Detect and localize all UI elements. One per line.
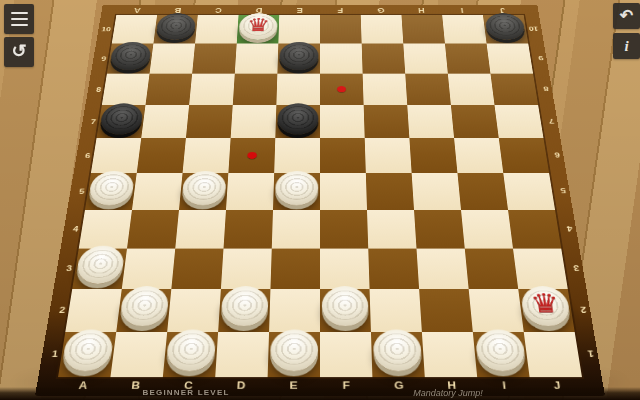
square-J5[interactable] [503, 173, 555, 210]
move-target-dot[interactable] [247, 152, 257, 159]
square-G4[interactable] [367, 210, 416, 249]
black-man[interactable] [279, 42, 319, 70]
restart-circular-arrow-icon: ↺ [11, 42, 26, 60]
square-F9[interactable] [320, 44, 363, 74]
bottom-shade [0, 387, 640, 400]
square-H8[interactable] [405, 74, 451, 106]
square-B1[interactable] [110, 332, 167, 377]
checkers-board: ABCDEFGHIJ 10987654321 ♛♛ 10987654321 AB… [35, 5, 605, 396]
square-C4[interactable] [175, 210, 226, 249]
square-C1[interactable] [163, 332, 218, 377]
square-A2[interactable] [65, 289, 121, 332]
square-E5[interactable] [273, 173, 320, 210]
square-E10[interactable] [278, 15, 320, 44]
white-man[interactable] [118, 286, 170, 326]
square-F4[interactable] [320, 210, 368, 249]
square-D4[interactable] [224, 210, 273, 249]
black-man[interactable] [109, 42, 153, 70]
board-grid: ♛♛ [58, 15, 582, 377]
square-A7[interactable] [96, 105, 145, 138]
square-J9[interactable] [487, 44, 534, 74]
rank-label: 9 [528, 44, 549, 74]
square-H2[interactable] [419, 289, 473, 332]
square-E9[interactable] [277, 44, 320, 74]
white-man[interactable] [87, 171, 135, 205]
file-label: H [401, 7, 442, 15]
move-target-dot[interactable] [337, 86, 346, 92]
square-F2[interactable] [320, 289, 371, 332]
square-H7[interactable] [407, 105, 454, 138]
white-man[interactable] [321, 286, 369, 326]
square-B7[interactable] [141, 105, 189, 138]
file-label: G [360, 7, 401, 15]
square-D1[interactable] [215, 332, 269, 377]
square-B3[interactable] [122, 248, 175, 289]
file-label: E [279, 7, 320, 15]
rank-label: 10 [524, 15, 544, 44]
square-G6[interactable] [365, 138, 412, 173]
square-E4[interactable] [272, 210, 320, 249]
hamburger-icon [11, 18, 28, 21]
square-G2[interactable] [370, 289, 422, 332]
square-G5[interactable] [366, 173, 414, 210]
square-E6[interactable] [274, 138, 320, 173]
square-J8[interactable] [490, 74, 538, 106]
square-B9[interactable] [150, 44, 196, 74]
white-man[interactable] [275, 171, 319, 205]
white-man[interactable] [220, 286, 269, 326]
square-F5[interactable] [320, 173, 367, 210]
square-E7[interactable] [275, 105, 320, 138]
hamburger-icon [11, 12, 28, 15]
square-C5[interactable] [179, 173, 228, 210]
white-king[interactable]: ♛ [238, 13, 278, 40]
square-A10[interactable] [112, 15, 157, 44]
black-man[interactable] [277, 103, 319, 134]
square-I3[interactable] [465, 248, 518, 289]
king-crown-icon: ♛ [238, 11, 278, 38]
white-man[interactable] [372, 329, 422, 371]
square-C9[interactable] [192, 44, 237, 74]
square-D8[interactable] [233, 74, 278, 106]
square-I10[interactable] [442, 15, 486, 44]
white-man[interactable] [269, 329, 318, 371]
square-G3[interactable] [368, 248, 419, 289]
square-A3[interactable] [72, 248, 127, 289]
square-J4[interactable] [508, 210, 561, 249]
square-I8[interactable] [448, 74, 495, 106]
square-H4[interactable] [414, 210, 465, 249]
square-H9[interactable] [403, 44, 448, 74]
white-man[interactable] [60, 329, 115, 371]
square-B5[interactable] [132, 173, 183, 210]
white-man[interactable] [181, 171, 227, 205]
square-F1[interactable] [320, 332, 372, 377]
square-J7[interactable] [495, 105, 544, 138]
square-H1[interactable] [422, 332, 477, 377]
undo-button[interactable]: ↶ [613, 3, 640, 29]
menu-button[interactable] [4, 4, 34, 34]
square-J6[interactable] [499, 138, 549, 173]
square-A9[interactable] [107, 44, 154, 74]
info-button[interactable]: i [613, 33, 640, 59]
square-C2[interactable] [167, 289, 221, 332]
black-man[interactable] [484, 13, 527, 40]
square-A4[interactable] [79, 210, 132, 249]
square-D5[interactable] [226, 173, 274, 210]
white-man[interactable] [165, 329, 217, 371]
square-I1[interactable] [473, 332, 530, 377]
square-D2[interactable] [218, 289, 270, 332]
square-B2[interactable] [116, 289, 171, 332]
square-E3[interactable] [270, 248, 320, 289]
square-H6[interactable] [409, 138, 457, 173]
square-D6[interactable] [228, 138, 275, 173]
square-A6[interactable] [91, 138, 141, 173]
square-E2[interactable] [269, 289, 320, 332]
square-C3[interactable] [171, 248, 223, 289]
file-label: F [320, 7, 361, 15]
square-H5[interactable] [412, 173, 461, 210]
square-G9[interactable] [362, 44, 406, 74]
square-C6[interactable] [183, 138, 231, 173]
white-man[interactable] [474, 329, 527, 371]
square-I6[interactable] [454, 138, 503, 173]
info-icon: i [624, 39, 628, 54]
square-I7[interactable] [451, 105, 499, 138]
square-J2[interactable]: ♛ [518, 289, 574, 332]
square-G8[interactable] [363, 74, 408, 106]
file-label: C [198, 7, 239, 15]
square-B4[interactable] [127, 210, 179, 249]
square-I2[interactable] [469, 289, 524, 332]
square-I4[interactable] [461, 210, 513, 249]
square-A8[interactable] [102, 74, 150, 106]
square-B6[interactable] [137, 138, 186, 173]
square-F8[interactable] [320, 74, 364, 106]
square-C7[interactable] [186, 105, 233, 138]
file-label: A [116, 7, 158, 15]
square-F3[interactable] [320, 248, 370, 289]
square-J10[interactable] [483, 15, 528, 44]
white-man[interactable] [75, 246, 126, 284]
square-I9[interactable] [445, 44, 491, 74]
square-J1[interactable] [524, 332, 582, 377]
restart-button[interactable]: ↺ [4, 37, 34, 67]
square-B10[interactable] [153, 15, 197, 44]
square-A1[interactable] [58, 332, 116, 377]
square-F10[interactable] [320, 15, 362, 44]
square-G10[interactable] [361, 15, 404, 44]
square-H10[interactable] [401, 15, 445, 44]
square-E1[interactable] [268, 332, 320, 377]
square-B8[interactable] [145, 74, 192, 106]
black-man[interactable] [98, 103, 144, 134]
square-D10[interactable]: ♛ [237, 15, 280, 44]
square-D7[interactable] [231, 105, 277, 138]
square-E8[interactable] [276, 74, 320, 106]
square-C10[interactable] [195, 15, 239, 44]
hamburger-icon [11, 24, 28, 27]
square-F7[interactable] [320, 105, 365, 138]
square-A5[interactable] [85, 173, 137, 210]
square-G7[interactable] [364, 105, 410, 138]
file-label: I [441, 7, 483, 15]
square-G1[interactable] [371, 332, 425, 377]
black-man[interactable] [155, 13, 197, 40]
square-I5[interactable] [457, 173, 508, 210]
white-king[interactable]: ♛ [519, 286, 572, 326]
square-H3[interactable] [416, 248, 468, 289]
square-D3[interactable] [221, 248, 272, 289]
square-F6[interactable] [320, 138, 366, 173]
king-crown-icon: ♛ [519, 283, 572, 323]
board-scene: ABCDEFGHIJ 10987654321 ♛♛ 10987654321 AB… [35, 0, 605, 396]
square-D9[interactable] [235, 44, 279, 74]
undo-arrow-icon: ↶ [620, 8, 633, 24]
square-C8[interactable] [189, 74, 235, 106]
